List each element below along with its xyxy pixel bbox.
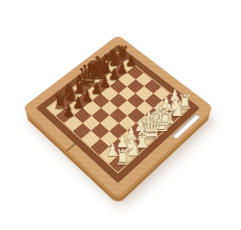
folding-chess-case: ♜♞♟♝♟♚♟♛♟♝♟♞♟♟♜♟♟♜♟♟♞♟♝♟♚♟♛♟♝♟♞♜ [22, 35, 214, 198]
case-top-surface: ♜♞♟♝♟♚♟♛♟♝♟♞♟♟♜♟♟♜♟♟♞♟♝♟♚♟♛♟♝♟♞♜ [22, 35, 214, 198]
chess-set-product-photo: ♜♞♟♝♟♚♟♛♟♝♟♞♟♟♜♟♟♜♟♟♞♟♝♟♚♟♛♟♝♟♞♜ [0, 0, 241, 230]
white-rook-a1: ♜ [115, 146, 131, 167]
board-frame: ♜♞♟♝♟♚♟♛♟♝♟♞♟♟♜♟♟♜♟♟♞♟♝♟♚♟♛♟♝♟♞♜ [36, 45, 200, 184]
black-pawn-a7: ♟ [62, 103, 74, 119]
